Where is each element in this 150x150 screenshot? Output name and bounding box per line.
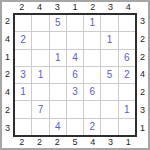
cell-r2c6[interactable]: 1: [101, 32, 117, 48]
cell-r2c1[interactable]: 2: [15, 32, 31, 48]
skyscrapers-board: 5121146316521367142: [13, 13, 137, 137]
bottom-clue-4: 5: [66, 137, 84, 148]
cell-r3c1[interactable]: [15, 50, 31, 66]
right-clue-5: 2: [137, 84, 148, 102]
top-clue-5: 2: [84, 2, 102, 13]
cell-r6c1[interactable]: [15, 101, 31, 117]
bottom-clue-6: 3: [102, 137, 120, 148]
cell-r7c7[interactable]: [119, 119, 135, 135]
puzzle-frame: 2431234 2412423 5121146316521367142 3224…: [0, 0, 150, 150]
right-clue-4: 4: [137, 66, 148, 84]
top-clue-6: 3: [102, 2, 120, 13]
top-clue-4: 1: [66, 2, 84, 13]
cell-r7c3[interactable]: 4: [50, 119, 66, 135]
cell-r1c6[interactable]: [101, 15, 117, 31]
cell-r2c4[interactable]: [67, 32, 83, 48]
right-clue-7: 1: [137, 119, 148, 137]
right-clue-column: 3224231: [137, 13, 148, 137]
cell-r4c1[interactable]: 3: [15, 67, 31, 83]
cell-r6c2[interactable]: 7: [32, 101, 48, 117]
cell-r4c3[interactable]: [50, 67, 66, 83]
cell-r5c4[interactable]: 3: [67, 84, 83, 100]
top-clue-3: 3: [48, 2, 66, 13]
cell-r2c3[interactable]: [50, 32, 66, 48]
right-clue-6: 3: [137, 102, 148, 120]
cell-r1c7[interactable]: [119, 15, 135, 31]
bottom-clue-5: 4: [84, 137, 102, 148]
cell-r4c2[interactable]: 1: [32, 67, 48, 83]
top-clue-1: 2: [13, 2, 31, 13]
left-clue-3: 1: [2, 48, 13, 66]
left-clue-1: 2: [2, 13, 13, 31]
cell-r6c5[interactable]: [84, 101, 100, 117]
cell-r3c6[interactable]: [101, 50, 117, 66]
cell-r7c5[interactable]: 2: [84, 119, 100, 135]
cell-r1c1[interactable]: [15, 15, 31, 31]
cell-r6c7[interactable]: 1: [119, 101, 135, 117]
cell-r1c5[interactable]: 1: [84, 15, 100, 31]
cell-r7c6[interactable]: [101, 119, 117, 135]
bottom-clue-7: 1: [119, 137, 137, 148]
cell-r2c5[interactable]: [84, 32, 100, 48]
cell-r5c6[interactable]: [101, 84, 117, 100]
cell-r6c4[interactable]: [67, 101, 83, 117]
cell-r3c7[interactable]: 6: [119, 50, 135, 66]
cell-r1c2[interactable]: [32, 15, 48, 31]
cell-r7c1[interactable]: [15, 119, 31, 135]
cell-r4c4[interactable]: 6: [67, 67, 83, 83]
left-clue-7: 3: [2, 119, 13, 137]
top-clue-7: 4: [119, 2, 137, 13]
cell-r3c4[interactable]: 4: [67, 50, 83, 66]
bottom-clue-row: 2225431: [2, 137, 148, 148]
left-clue-2: 4: [2, 31, 13, 49]
cell-r6c6[interactable]: [101, 101, 117, 117]
cell-r3c3[interactable]: 1: [50, 50, 66, 66]
bottom-clue-3: 2: [48, 137, 66, 148]
cell-r5c5[interactable]: 6: [84, 84, 100, 100]
cell-r5c3[interactable]: [50, 84, 66, 100]
top-clue-row: 2431234: [2, 2, 148, 13]
cell-r3c5[interactable]: [84, 50, 100, 66]
left-clue-6: 2: [2, 102, 13, 120]
bottom-clue-1: 2: [13, 137, 31, 148]
cell-r5c2[interactable]: [32, 84, 48, 100]
cell-r1c4[interactable]: [67, 15, 83, 31]
cell-r4c7[interactable]: 2: [119, 67, 135, 83]
cell-r4c5[interactable]: [84, 67, 100, 83]
top-clue-2: 4: [31, 2, 49, 13]
right-clue-1: 3: [137, 13, 148, 31]
left-clue-column: 2412423: [2, 13, 13, 137]
cell-r7c2[interactable]: [32, 119, 48, 135]
cell-r4c6[interactable]: 5: [101, 67, 117, 83]
cell-r6c3[interactable]: [50, 101, 66, 117]
cell-r5c1[interactable]: 1: [15, 84, 31, 100]
board-band: 2412423 5121146316521367142 3224231: [2, 13, 148, 137]
bottom-clue-2: 2: [31, 137, 49, 148]
right-clue-2: 2: [137, 31, 148, 49]
cell-r5c7[interactable]: [119, 84, 135, 100]
cell-r7c4[interactable]: [67, 119, 83, 135]
cell-r1c3[interactable]: 5: [50, 15, 66, 31]
cell-r3c2[interactable]: [32, 50, 48, 66]
left-clue-5: 4: [2, 84, 13, 102]
cell-r2c7[interactable]: [119, 32, 135, 48]
right-clue-3: 2: [137, 48, 148, 66]
left-clue-4: 2: [2, 66, 13, 84]
cell-r2c2[interactable]: [32, 32, 48, 48]
